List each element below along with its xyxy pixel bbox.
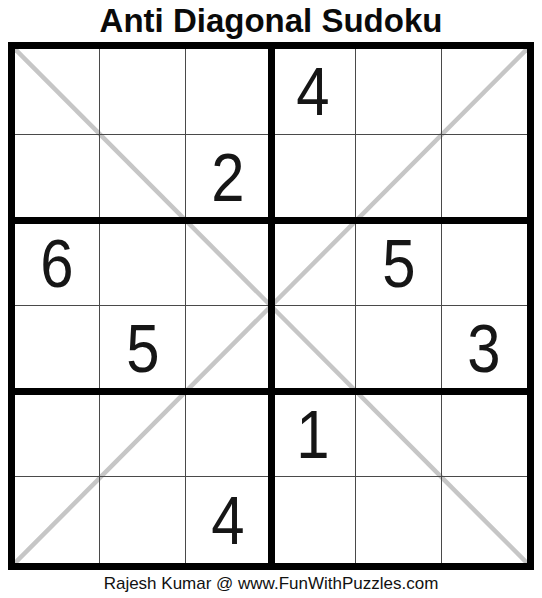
cell-r2c2[interactable] <box>100 135 185 221</box>
cell-r4c3[interactable] <box>186 306 271 392</box>
cell-r2c6[interactable] <box>442 135 527 221</box>
cell-r6c6[interactable] <box>442 477 527 563</box>
cell-r6c5[interactable] <box>356 477 441 563</box>
cell-r2c3[interactable]: 2 <box>186 135 271 221</box>
cell-r1c3[interactable] <box>186 49 271 135</box>
cell-r1c6[interactable] <box>442 49 527 135</box>
cell-r3c4[interactable] <box>271 220 356 306</box>
cell-r1c2[interactable] <box>100 49 185 135</box>
cell-r5c6[interactable] <box>442 392 527 478</box>
cell-r4c2[interactable]: 5 <box>100 306 185 392</box>
cell-r1c5[interactable] <box>356 49 441 135</box>
cell-r4c6[interactable]: 3 <box>442 306 527 392</box>
cell-r5c2[interactable] <box>100 392 185 478</box>
cell-r5c1[interactable] <box>15 392 100 478</box>
cell-r3c1[interactable]: 6 <box>15 220 100 306</box>
cell-r6c4[interactable] <box>271 477 356 563</box>
cell-r4c1[interactable] <box>15 306 100 392</box>
puzzle-page: Anti Diagonal Sudoku 4 2 6 5 <box>0 0 542 598</box>
cell-r3c2[interactable] <box>100 220 185 306</box>
cell-r5c5[interactable] <box>356 392 441 478</box>
cell-r3c5[interactable]: 5 <box>356 220 441 306</box>
cell-r2c1[interactable] <box>15 135 100 221</box>
box-separator-vertical <box>268 49 275 563</box>
cell-r2c5[interactable] <box>356 135 441 221</box>
cell-r6c1[interactable] <box>15 477 100 563</box>
cell-r5c4[interactable]: 1 <box>271 392 356 478</box>
puzzle-title: Anti Diagonal Sudoku <box>0 0 542 40</box>
cell-r1c4[interactable]: 4 <box>271 49 356 135</box>
cell-r2c4[interactable] <box>271 135 356 221</box>
cell-r5c3[interactable] <box>186 392 271 478</box>
box-separator-horizontal-1 <box>15 217 527 224</box>
sudoku-board: 4 2 6 5 5 3 1 <box>8 42 534 570</box>
cell-r6c2[interactable] <box>100 477 185 563</box>
cell-r3c6[interactable] <box>442 220 527 306</box>
credit-text: Rajesh Kumar @ www.FunWithPuzzles.com <box>0 570 542 598</box>
cell-r6c3[interactable]: 4 <box>186 477 271 563</box>
cell-r4c5[interactable] <box>356 306 441 392</box>
box-separator-horizontal-2 <box>15 388 527 395</box>
cell-r3c3[interactable] <box>186 220 271 306</box>
cell-r1c1[interactable] <box>15 49 100 135</box>
cell-r4c4[interactable] <box>271 306 356 392</box>
